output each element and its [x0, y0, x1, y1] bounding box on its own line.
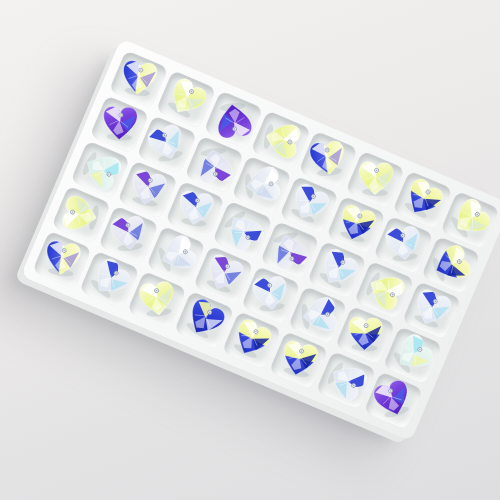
- crystal-heart-bead: [98, 103, 141, 146]
- crystal-heart-bead: [39, 237, 85, 284]
- crystal-heart-bead: [274, 336, 323, 385]
- crystal-heart-bead: [295, 292, 341, 338]
- crystal-heart-bead: [356, 262, 412, 317]
- crystal-heart-bead: [224, 312, 279, 368]
- crystal-heart-bead: [381, 222, 427, 268]
- crystal-heart-bead: [141, 119, 192, 170]
- crystal-heart-bead: [149, 228, 203, 281]
- crystal-heart-bead: [264, 224, 315, 275]
- crystal-heart-bead: [134, 277, 180, 323]
- crystal-heart-bead: [196, 248, 250, 302]
- crystal-heart-bead: [191, 142, 237, 188]
- tray-grid: [20, 38, 500, 441]
- crystal-heart-bead: [158, 71, 215, 128]
- crystal-heart-bead: [248, 272, 294, 318]
- crystal-heart-bead: [368, 375, 419, 426]
- crystal-heart-bead: [424, 238, 478, 291]
- crystal-heart-bead: [123, 165, 172, 214]
- crystal-heart-bead: [344, 314, 387, 357]
- crystal-heart-bead: [256, 115, 305, 164]
- crystal-heart-bead: [305, 137, 351, 183]
- crystal-heart-bead: [330, 199, 382, 251]
- crystal-heart-bead: [57, 190, 106, 239]
- crystal-heart-bead: [172, 187, 218, 234]
- crystal-heart-bead: [106, 212, 152, 258]
- crystal-heart-bead: [317, 352, 374, 409]
- crystal-heart-bead: [211, 97, 257, 143]
- bead-tray: [20, 38, 500, 441]
- crystal-heart-bead: [73, 142, 129, 197]
- crystal-heart-bead: [176, 292, 233, 349]
- crystal-heart-bead: [354, 158, 397, 201]
- product-photo: [0, 0, 500, 500]
- crystal-heart-bead: [281, 177, 336, 233]
- crystal-heart-bead: [116, 56, 162, 103]
